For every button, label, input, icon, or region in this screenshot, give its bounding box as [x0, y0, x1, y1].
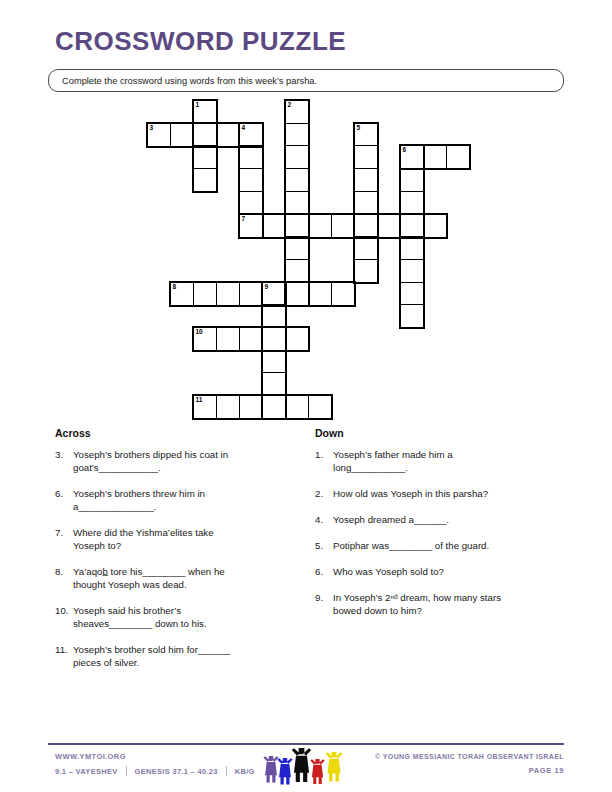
crossword-cell[interactable]	[446, 145, 470, 169]
clue-number-label: 9.	[315, 591, 333, 617]
cell-number: 8	[173, 283, 177, 291]
crossword-cell[interactable]	[193, 168, 217, 192]
clue-number-label: 11.	[55, 643, 73, 669]
crossword-cell[interactable]	[239, 168, 263, 192]
crossword-cell[interactable]	[354, 214, 378, 238]
crossword-cell[interactable]	[262, 395, 286, 419]
crossword-cell[interactable]	[239, 327, 263, 351]
crossword-cell[interactable]	[331, 214, 355, 238]
logo-figure-yellow-icon	[326, 752, 343, 782]
across-clue-list: 3.Yoseph’s brothers dipped his coat in g…	[55, 448, 293, 669]
footer-code: KB/G	[235, 767, 255, 776]
footer-meta: 9.1 – VAYESHEV GENESIS 37.1 – 40.23 KB/G	[55, 766, 255, 776]
clue-text: Yoseph’s brothers dipped his coat in goa…	[73, 448, 228, 474]
clue-text: Potiphar was________ of the guard.	[333, 539, 489, 552]
crossword-cell[interactable]: 4	[239, 123, 263, 147]
crossword-cell[interactable]	[423, 214, 447, 238]
clue-text: Yoseph said his brother’s sheaves_______…	[73, 604, 207, 630]
crossword-cell[interactable]: 1	[193, 100, 217, 124]
clue-number-label: 5.	[315, 539, 333, 552]
logo-figure-red-icon	[310, 759, 324, 784]
logo-figure-purple-icon	[263, 756, 278, 783]
crossword-cell[interactable]: 2	[285, 100, 309, 124]
footer-verses: GENESIS 37.1 – 40.23	[135, 767, 218, 776]
clue-number-label: 7.	[55, 526, 73, 552]
crossword-cell[interactable]	[239, 282, 263, 306]
footer-separator	[126, 766, 127, 776]
crossword-cell[interactable]: 7	[239, 214, 263, 238]
crossword-cell[interactable]: 6	[400, 145, 424, 169]
footer-right: © YOUNG MESSIANIC TORAH OBSERVANT ISRAEL…	[375, 753, 564, 775]
crossword-cell[interactable]	[285, 145, 309, 169]
crossword-cell[interactable]	[216, 327, 240, 351]
footer-parsha: 9.1 – VAYESHEV	[55, 767, 118, 776]
instruction-box: Complete the crossword using words from …	[48, 69, 564, 92]
cell-number: 1	[196, 101, 200, 109]
clue-text: How old was Yoseph in this parsha?	[333, 487, 488, 500]
footer-left: WWW.YMTOI.ORG 9.1 – VAYESHEV GENESIS 37.…	[55, 752, 255, 776]
cell-number: 7	[242, 215, 246, 223]
clue-number-label: 1.	[315, 448, 333, 474]
crossword-cell[interactable]	[193, 145, 217, 169]
footer-page-number: PAGE 19	[375, 766, 564, 775]
crossword-cell[interactable]: 11	[193, 395, 217, 419]
cell-number: 3	[150, 124, 154, 132]
crossword-cell[interactable]	[262, 327, 286, 351]
crossword-cell[interactable]	[285, 236, 309, 260]
clue-text: Who was Yoseph sold to?	[333, 565, 444, 578]
clue-2: 2.How old was Yoseph in this parsha?	[315, 487, 561, 500]
crossword-cell[interactable]	[216, 123, 240, 147]
clue-number-label: 3.	[55, 448, 73, 474]
clue-6: 6.Yoseph’s brothers threw him in a______…	[55, 487, 293, 513]
crossword-cell[interactable]	[354, 259, 378, 283]
cell-number: 6	[403, 146, 407, 154]
crossword-cell[interactable]	[262, 350, 286, 374]
crossword-cell[interactable]	[239, 395, 263, 419]
clue-9: 9.In Yoseph’s 2ⁿᵈ dream, how many stars …	[315, 591, 561, 617]
worksheet-page: { "page": { "title": "CROSSWORD PUZZLE",…	[0, 0, 612, 792]
clue-text: In Yoseph’s 2ⁿᵈ dream, how many stars bo…	[333, 591, 501, 617]
crossword-cell[interactable]: 3	[147, 123, 171, 147]
clue-number-label: 6.	[315, 565, 333, 578]
crossword-cell[interactable]	[285, 259, 309, 283]
crossword-cell[interactable]	[239, 191, 263, 215]
crossword-cell[interactable]	[377, 214, 401, 238]
down-clues-section: Down 1.Yoseph’s father made him a long__…	[315, 427, 561, 630]
clue-1: 1.Yoseph’s father made him a long_______…	[315, 448, 561, 474]
logo-figure-blue-icon	[277, 758, 292, 785]
footer-separator	[226, 766, 227, 776]
crossword-cell[interactable]	[308, 395, 332, 419]
cell-number: 10	[196, 328, 203, 336]
clue-10: 10.Yoseph said his brother’s sheaves____…	[55, 604, 293, 630]
crossword-cell[interactable]	[216, 282, 240, 306]
clue-text: Yoseph’s father made him a long_________…	[333, 448, 453, 474]
across-clues-section: Across 3.Yoseph’s brothers dipped his co…	[55, 427, 293, 682]
cell-number: 5	[357, 124, 361, 132]
logo-figure-black-icon	[292, 748, 312, 782]
clue-6: 6.Who was Yoseph sold to?	[315, 565, 561, 578]
footer-website: WWW.YMTOI.ORG	[55, 752, 255, 761]
crossword-cell[interactable]	[423, 145, 447, 169]
crossword-cell[interactable]	[400, 168, 424, 192]
crossword-cell[interactable]	[285, 191, 309, 215]
clue-text: Yoseph dreamed a______.	[333, 513, 449, 526]
cell-number: 11	[196, 396, 203, 404]
crossword-cell[interactable]	[262, 304, 286, 328]
clue-number-label: 6.	[55, 487, 73, 513]
crossword-cell[interactable]	[285, 327, 309, 351]
crossword-cell[interactable]	[400, 304, 424, 328]
crossword-cell[interactable]	[400, 236, 424, 260]
clue-number-label: 2.	[315, 487, 333, 500]
clue-text: Where did the Yishma’elites take Yoseph …	[73, 526, 214, 552]
crossword-cell[interactable]: 8	[170, 282, 194, 306]
crossword-cell[interactable]	[400, 191, 424, 215]
page-title: CROSSWORD PUZZLE	[55, 26, 346, 57]
clue-number-label: 8.	[55, 565, 73, 591]
crossword-cell[interactable]	[400, 282, 424, 306]
clue-11: 11.Yoseph’s brother sold him for______ p…	[55, 643, 293, 669]
footer-copyright: © YOUNG MESSIANIC TORAH OBSERVANT ISRAEL	[375, 753, 564, 760]
clue-text: Yoseph’s brother sold him for______ piec…	[73, 643, 230, 669]
clue-8: 8.Ya’aqob̲ tore his________ when he thou…	[55, 565, 293, 591]
crossword-cell[interactable]	[262, 214, 286, 238]
cell-number: 2	[288, 101, 292, 109]
clue-4: 4.Yoseph dreamed a______.	[315, 513, 561, 526]
crossword-cell[interactable]	[239, 145, 263, 169]
crossword-cell[interactable]: 9	[262, 282, 286, 306]
crossword-cell[interactable]	[354, 191, 378, 215]
crossword-cell[interactable]	[285, 214, 309, 238]
crossword-cell[interactable]	[216, 395, 240, 419]
clue-number-label: 4.	[315, 513, 333, 526]
crossword-cell[interactable]	[193, 123, 217, 147]
crossword-cell[interactable]	[354, 236, 378, 260]
clue-text: Yoseph’s brothers threw him in a________…	[73, 487, 205, 513]
crossword-cell[interactable]	[262, 372, 286, 396]
instruction-text: Complete the crossword using words from …	[62, 76, 317, 86]
crossword-cell[interactable]	[170, 123, 194, 147]
cell-number: 9	[265, 283, 269, 291]
crossword-cell[interactable]	[285, 395, 309, 419]
clue-5: 5.Potiphar was________ of the guard.	[315, 539, 561, 552]
ymtoi-logo	[262, 746, 346, 786]
crossword-cell[interactable]	[285, 123, 309, 147]
crossword-cell[interactable]	[400, 214, 424, 238]
crossword-grid: 1234756891011	[147, 100, 473, 422]
crossword-cell[interactable]	[308, 282, 332, 306]
crossword-cell[interactable]: 5	[354, 123, 378, 147]
clue-number-label: 10.	[55, 604, 73, 630]
footer-divider	[48, 743, 564, 745]
clue-3: 3.Yoseph’s brothers dipped his coat in g…	[55, 448, 293, 474]
crossword-cell[interactable]	[354, 168, 378, 192]
crossword-cell[interactable]	[331, 282, 355, 306]
crossword-cell[interactable]: 10	[193, 327, 217, 351]
down-clue-list: 1.Yoseph’s father made him a long_______…	[315, 448, 561, 617]
down-heading: Down	[315, 427, 561, 439]
cell-number: 4	[242, 124, 246, 132]
clue-text: Ya’aqob̲ tore his________ when he though…	[73, 565, 225, 591]
crossword-cell[interactable]	[285, 168, 309, 192]
crossword-cell[interactable]	[400, 259, 424, 283]
clue-7: 7.Where did the Yishma’elites take Yosep…	[55, 526, 293, 552]
crossword-cell[interactable]	[354, 145, 378, 169]
crossword-cell[interactable]	[193, 282, 217, 306]
across-heading: Across	[55, 427, 293, 439]
crossword-cell[interactable]	[285, 282, 309, 306]
crossword-cell[interactable]	[308, 214, 332, 238]
